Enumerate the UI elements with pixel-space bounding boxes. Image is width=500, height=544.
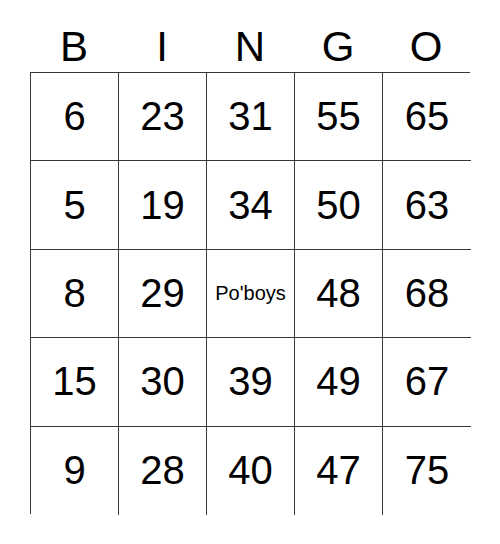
bingo-card: B I N G O 623315565519345063829Po'boys48…: [30, 0, 470, 514]
bingo-cell-n2[interactable]: 34: [207, 161, 295, 249]
header-letter-o: O: [382, 0, 470, 72]
bingo-cell-i4[interactable]: 30: [119, 338, 207, 426]
bingo-cell-b5[interactable]: 9: [31, 427, 119, 515]
bingo-cell-i2[interactable]: 19: [119, 161, 207, 249]
header-letter-g: G: [294, 0, 382, 72]
bingo-cell-o3[interactable]: 68: [383, 250, 471, 338]
bingo-cell-b2[interactable]: 5: [31, 161, 119, 249]
bingo-cell-i3[interactable]: 29: [119, 250, 207, 338]
bingo-cell-n4[interactable]: 39: [207, 338, 295, 426]
bingo-cell-b4[interactable]: 15: [31, 338, 119, 426]
free-space-cell[interactable]: Po'boys: [207, 250, 295, 338]
bingo-cell-b1[interactable]: 6: [31, 73, 119, 161]
bingo-cell-b3[interactable]: 8: [31, 250, 119, 338]
bingo-header: B I N G O: [30, 0, 470, 72]
bingo-cell-o5[interactable]: 75: [383, 427, 471, 515]
bingo-cell-g4[interactable]: 49: [295, 338, 383, 426]
bingo-cell-g3[interactable]: 48: [295, 250, 383, 338]
header-letter-n: N: [206, 0, 294, 72]
bingo-cell-o4[interactable]: 67: [383, 338, 471, 426]
bingo-cell-g2[interactable]: 50: [295, 161, 383, 249]
bingo-cell-o2[interactable]: 63: [383, 161, 471, 249]
bingo-cell-n5[interactable]: 40: [207, 427, 295, 515]
bingo-cell-g5[interactable]: 47: [295, 427, 383, 515]
bingo-grid: 623315565519345063829Po'boys486815303949…: [30, 72, 470, 514]
bingo-cell-o1[interactable]: 65: [383, 73, 471, 161]
header-letter-i: I: [118, 0, 206, 72]
bingo-cell-g1[interactable]: 55: [295, 73, 383, 161]
bingo-cell-i1[interactable]: 23: [119, 73, 207, 161]
bingo-cell-i5[interactable]: 28: [119, 427, 207, 515]
header-letter-b: B: [30, 0, 118, 72]
bingo-cell-n1[interactable]: 31: [207, 73, 295, 161]
